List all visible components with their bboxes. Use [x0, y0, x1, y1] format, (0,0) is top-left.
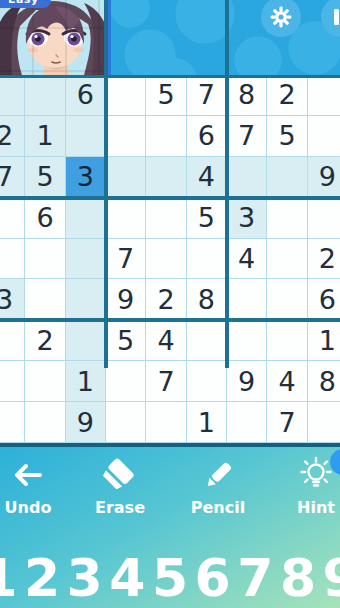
- cell-r9c3[interactable]: 9: [66, 402, 106, 443]
- cell-r7c6[interactable]: [187, 320, 227, 361]
- cell-r6c2[interactable]: [25, 279, 65, 320]
- cell-r2c9[interactable]: [308, 116, 340, 157]
- number-button-7[interactable]: 7: [234, 548, 277, 608]
- pencil-button[interactable]: Pencil: [186, 455, 250, 517]
- cell-r5c1[interactable]: [0, 239, 25, 280]
- cell-r7c7[interactable]: [227, 320, 267, 361]
- cell-r6c1[interactable]: 3: [0, 279, 25, 320]
- cell-r1c4[interactable]: [106, 75, 146, 116]
- top-bar: Easy: [0, 0, 340, 75]
- cell-r2c4[interactable]: [106, 116, 146, 157]
- cell-r3c4[interactable]: [106, 157, 146, 198]
- cell-r5c3[interactable]: [66, 239, 106, 280]
- bottom-panel: Undo Erase: [0, 447, 340, 608]
- cell-r9c1[interactable]: [0, 402, 25, 443]
- cell-r1c1[interactable]: [0, 75, 25, 116]
- cell-r7c8[interactable]: [267, 320, 307, 361]
- cell-r9c2[interactable]: [25, 402, 65, 443]
- cell-r2c3[interactable]: [66, 116, 106, 157]
- cell-r1c2[interactable]: [25, 75, 65, 116]
- gear-icon: [268, 4, 294, 30]
- cell-r2c7[interactable]: 7: [227, 116, 267, 157]
- cell-r7c3[interactable]: [66, 320, 106, 361]
- pause-button[interactable]: [321, 0, 340, 37]
- cell-r8c4[interactable]: [106, 361, 146, 402]
- sudoku-app: Easy: [0, 0, 340, 608]
- cell-r5c2[interactable]: [25, 239, 65, 280]
- cell-r1c7[interactable]: 8: [227, 75, 267, 116]
- cell-r4c1[interactable]: [0, 198, 25, 239]
- pencil-label: Pencil: [191, 498, 245, 517]
- erase-label: Erase: [95, 498, 145, 517]
- number-button-5[interactable]: 5: [149, 548, 192, 608]
- cell-r2c5[interactable]: [146, 116, 186, 157]
- cell-r4c3[interactable]: [66, 198, 106, 239]
- cell-r2c2[interactable]: 1: [25, 116, 65, 157]
- cell-r8c9[interactable]: 8: [308, 361, 340, 402]
- cell-r6c9[interactable]: 6: [308, 279, 340, 320]
- undo-arrow-icon: [8, 455, 48, 495]
- cell-r3c7[interactable]: [227, 157, 267, 198]
- number-pad: 123456789: [0, 548, 340, 608]
- cell-r8c1[interactable]: [0, 361, 25, 402]
- cell-r4c2[interactable]: 6: [25, 198, 65, 239]
- cell-r5c9[interactable]: 2: [308, 239, 340, 280]
- cell-r9c7[interactable]: [227, 402, 267, 443]
- cell-r3c5[interactable]: [146, 157, 186, 198]
- pause-icon: [334, 9, 340, 25]
- cell-r1c3[interactable]: 6: [66, 75, 106, 116]
- cell-r5c8[interactable]: [267, 239, 307, 280]
- eraser-icon: [100, 455, 140, 495]
- settings-button[interactable]: [261, 0, 301, 37]
- cell-r9c5[interactable]: [146, 402, 186, 443]
- cell-r3c6[interactable]: 4: [187, 157, 227, 198]
- cell-r8c3[interactable]: 1: [66, 361, 106, 402]
- erase-button[interactable]: Erase: [88, 455, 152, 517]
- sudoku-board: 65782216757534965374239286254117948917: [0, 75, 340, 443]
- cell-r2c8[interactable]: 5: [267, 116, 307, 157]
- cell-r2c6[interactable]: 6: [187, 116, 227, 157]
- number-button-1[interactable]: 1: [0, 548, 21, 608]
- number-button-6[interactable]: 6: [191, 548, 234, 608]
- cell-r1c6[interactable]: 7: [187, 75, 227, 116]
- number-button-2[interactable]: 2: [21, 548, 64, 608]
- cell-r4c8[interactable]: [267, 198, 307, 239]
- number-button-8[interactable]: 8: [277, 548, 320, 608]
- cell-r9c4[interactable]: [106, 402, 146, 443]
- avatar-image: [0, 0, 111, 75]
- cell-r7c1[interactable]: [0, 320, 25, 361]
- number-button-9[interactable]: 9: [319, 548, 340, 608]
- number-button-3[interactable]: 3: [63, 548, 106, 608]
- cell-r8c8[interactable]: 4: [267, 361, 307, 402]
- cell-r1c9[interactable]: [308, 75, 340, 116]
- cell-r2c1[interactable]: 2: [0, 116, 25, 157]
- cell-r3c8[interactable]: [267, 157, 307, 198]
- anime-avatar-graphic: [0, 0, 106, 75]
- cell-r3c3[interactable]: 3: [66, 157, 106, 198]
- cell-r8c2[interactable]: [25, 361, 65, 402]
- cell-r1c8[interactable]: 2: [267, 75, 307, 116]
- cell-r4c5[interactable]: [146, 198, 186, 239]
- cell-r7c5[interactable]: 4: [146, 320, 186, 361]
- cell-r5c6[interactable]: [187, 239, 227, 280]
- cell-r5c4[interactable]: 7: [106, 239, 146, 280]
- cell-r4c4[interactable]: [106, 198, 146, 239]
- cell-r6c4[interactable]: 9: [106, 279, 146, 320]
- cell-r1c5[interactable]: 5: [146, 75, 186, 116]
- hint-label: Hint: [297, 498, 335, 517]
- cell-r6c5[interactable]: 2: [146, 279, 186, 320]
- cell-r9c8[interactable]: 7: [267, 402, 307, 443]
- cell-r6c3[interactable]: [66, 279, 106, 320]
- cell-r4c7[interactable]: 3: [227, 198, 267, 239]
- cell-r9c6[interactable]: 1: [187, 402, 227, 443]
- cell-r3c2[interactable]: 5: [25, 157, 65, 198]
- cell-r5c7[interactable]: 4: [227, 239, 267, 280]
- difficulty-badge: Easy: [0, 0, 51, 8]
- cell-r8c7[interactable]: 9: [227, 361, 267, 402]
- number-button-4[interactable]: 4: [106, 548, 149, 608]
- cell-r9c9[interactable]: [308, 402, 340, 443]
- cell-r7c2[interactable]: 2: [25, 320, 65, 361]
- cell-r4c6[interactable]: 5: [187, 198, 227, 239]
- undo-label: Undo: [5, 498, 52, 517]
- cell-r8c6[interactable]: [187, 361, 227, 402]
- cell-r7c9[interactable]: 1: [308, 320, 340, 361]
- cell-r6c8[interactable]: [267, 279, 307, 320]
- undo-button[interactable]: Undo: [0, 455, 56, 517]
- cell-r5c5[interactable]: [146, 239, 186, 280]
- cell-r7c4[interactable]: 5: [106, 320, 146, 361]
- cell-r6c6[interactable]: 8: [187, 279, 227, 320]
- cell-r3c9[interactable]: 9: [308, 157, 340, 198]
- cell-r4c9[interactable]: [308, 198, 340, 239]
- cell-r3c1[interactable]: 7: [0, 157, 25, 198]
- cell-r6c7[interactable]: [227, 279, 267, 320]
- pencil-icon: [198, 455, 238, 495]
- cell-r8c5[interactable]: 7: [146, 361, 186, 402]
